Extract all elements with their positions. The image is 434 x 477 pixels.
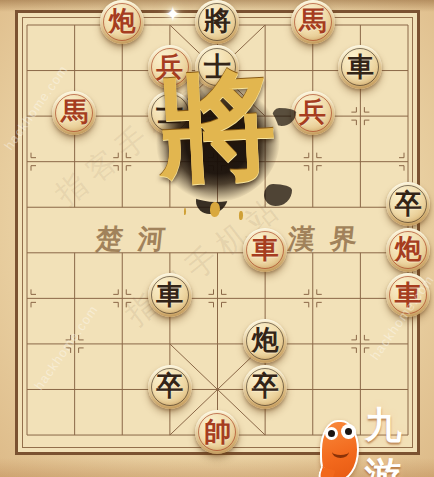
black-soldier[interactable]: 卒 bbox=[148, 365, 192, 409]
red-cannon-glyph: 炮 bbox=[395, 236, 422, 263]
jiuyou-mascot-icon bbox=[320, 420, 359, 477]
red-soldier-glyph: 兵 bbox=[299, 99, 326, 126]
black-chariot-glyph: 車 bbox=[156, 282, 183, 309]
red-horse[interactable]: 馬 bbox=[291, 0, 335, 44]
red-chariot[interactable]: 車 bbox=[243, 228, 287, 272]
mascot-eye-icon bbox=[341, 424, 356, 439]
black-advisor-glyph: 士 bbox=[204, 54, 231, 81]
black-soldier[interactable]: 卒 bbox=[243, 365, 287, 409]
mascot-mouth-icon bbox=[332, 446, 349, 458]
black-soldier[interactable]: 卒 bbox=[386, 182, 430, 226]
black-soldier-glyph: 卒 bbox=[252, 373, 279, 400]
red-soldier-glyph: 兵 bbox=[156, 54, 183, 81]
red-horse[interactable]: 馬 bbox=[52, 91, 96, 135]
red-chariot-glyph: 車 bbox=[252, 236, 279, 263]
black-advisor-glyph: 士 bbox=[156, 99, 183, 126]
red-soldier[interactable]: 兵 bbox=[291, 91, 335, 135]
red-horse-glyph: 馬 bbox=[299, 8, 326, 35]
red-cannon-glyph: 炮 bbox=[109, 8, 136, 35]
piece-layer[interactable]: 炮將馬兵士車馬士兵卒車炮車車炮卒卒帥 bbox=[3, 2, 432, 458]
red-chariot-glyph: 車 bbox=[395, 282, 422, 309]
black-soldier-glyph: 卒 bbox=[156, 373, 183, 400]
logo-text: 九游 bbox=[365, 401, 434, 477]
red-horse-glyph: 馬 bbox=[61, 99, 88, 126]
black-cannon[interactable]: 炮 bbox=[243, 319, 287, 363]
black-advisor[interactable]: 士 bbox=[148, 91, 192, 135]
red-soldier[interactable]: 兵 bbox=[148, 45, 192, 89]
red-general[interactable]: 帥 bbox=[195, 410, 239, 454]
sparkle-effect: ✦ bbox=[160, 1, 186, 27]
black-advisor[interactable]: 士 bbox=[195, 45, 239, 89]
black-cannon-glyph: 炮 bbox=[252, 327, 279, 354]
black-general-glyph: 將 bbox=[204, 8, 231, 35]
red-general-glyph: 帥 bbox=[204, 419, 231, 446]
black-chariot[interactable]: 車 bbox=[338, 45, 382, 89]
black-soldier-glyph: 卒 bbox=[395, 191, 422, 218]
black-chariot[interactable]: 車 bbox=[148, 273, 192, 317]
red-cannon[interactable]: 炮 bbox=[386, 228, 430, 272]
jiuyou-logo[interactable]: 九游 bbox=[320, 401, 434, 477]
mascot-eye-icon bbox=[325, 427, 338, 440]
red-chariot[interactable]: 車 bbox=[386, 273, 430, 317]
red-cannon[interactable]: 炮 bbox=[100, 0, 144, 44]
black-general[interactable]: 將 bbox=[195, 0, 239, 44]
black-chariot-glyph: 車 bbox=[347, 54, 374, 81]
game-screen: 楚河 漢界 指客手机站 指客手机站 hackhome.com hackhome.… bbox=[0, 0, 434, 477]
